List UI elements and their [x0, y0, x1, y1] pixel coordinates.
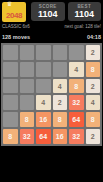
best-box: BEST 1104 [68, 2, 102, 21]
next-goal-label: next goal: 128 tile! [31, 24, 101, 29]
stats-row: 128 moves 04:18 [0, 34, 103, 40]
score-box: SCORE 1104 [31, 2, 65, 21]
tile-2: 2 [86, 45, 101, 60]
app-window: ♛ 2048 CLASSIC 6x6 SCORE 1104 BEST 1104 … [0, 0, 103, 182]
game-mode-label: CLASSIC 6x6 [2, 24, 30, 29]
tile-2: 2 [53, 95, 68, 110]
cell-empty [53, 62, 68, 77]
cell-empty [36, 62, 51, 77]
tile-4: 4 [69, 62, 84, 77]
cell-empty [3, 79, 18, 94]
cell-empty [20, 95, 35, 110]
logo-tile: ♛ 2048 [2, 2, 26, 22]
cell-empty [69, 45, 84, 60]
tile-8: 8 [86, 62, 101, 77]
cell-empty [3, 95, 18, 110]
cell-empty [3, 45, 18, 60]
tile-2: 2 [86, 79, 101, 94]
tile-32: 32 [69, 129, 84, 144]
score-value: 1104 [38, 9, 58, 19]
tile-4: 4 [36, 95, 51, 110]
tile-16: 16 [36, 112, 51, 127]
cell-empty [20, 62, 35, 77]
cell-empty [20, 45, 35, 60]
score-boxes: SCORE 1104 BEST 1104 [31, 2, 101, 21]
tile-8: 8 [20, 112, 35, 127]
tile-8: 8 [53, 112, 68, 127]
tile-64: 64 [69, 112, 84, 127]
tile-2: 2 [86, 129, 101, 144]
cell-empty [36, 79, 51, 94]
crown-icon: ♛ [7, 1, 12, 7]
tile-4: 4 [53, 79, 68, 94]
timer: 04:18 [87, 34, 101, 40]
tile-8: 8 [3, 129, 18, 144]
cell-empty [36, 45, 51, 60]
cell-empty [3, 62, 18, 77]
tile-32: 32 [20, 129, 35, 144]
board[interactable]: 2484824232481686488326416322 [1, 43, 102, 146]
tile-16: 16 [53, 129, 68, 144]
logo-block: ♛ 2048 CLASSIC 6x6 [2, 2, 28, 29]
tile-32: 32 [69, 95, 84, 110]
cell-empty [53, 45, 68, 60]
moves-counter: 128 moves [2, 34, 30, 40]
cell-empty [3, 112, 18, 127]
tile-8: 8 [86, 112, 101, 127]
cell-empty [20, 79, 35, 94]
score-area: SCORE 1104 BEST 1104 next goal: 128 tile… [31, 2, 101, 29]
tile-4: 4 [86, 95, 101, 110]
header: ♛ 2048 CLASSIC 6x6 SCORE 1104 BEST 1104 … [0, 0, 103, 29]
tile-8: 8 [69, 79, 84, 94]
logo-text: 2048 [6, 11, 22, 22]
best-value: 1104 [74, 9, 94, 19]
tile-64: 64 [36, 129, 51, 144]
